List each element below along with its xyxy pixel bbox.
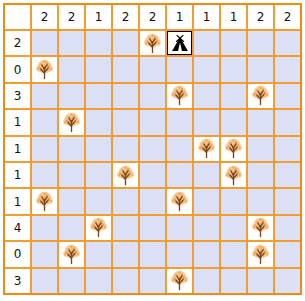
col-clue-5: 2 [140,5,165,29]
cell-r3c2[interactable] [59,84,84,108]
cell-r5c9[interactable] [248,137,273,161]
cell-r3c7[interactable] [194,84,219,108]
tree-icon [249,84,272,107]
cell-r3c8[interactable] [221,84,246,108]
cell-r5c8-tree[interactable] [221,137,246,161]
cell-r7c4[interactable] [113,189,138,213]
tent-icon [170,33,190,53]
cell-r10c7[interactable] [194,269,219,293]
cell-r7c6-tree[interactable] [167,189,192,213]
cell-r6c6[interactable] [167,163,192,187]
cell-r1c7[interactable] [194,31,219,55]
cell-r1c4[interactable] [113,31,138,55]
cell-r6c7[interactable] [194,163,219,187]
cell-r9c1[interactable] [32,242,57,266]
row-clue-5: 1 [5,137,30,161]
cell-r3c1[interactable] [32,84,57,108]
cell-r9c9-tree[interactable] [248,242,273,266]
corner-cell [5,5,30,29]
cell-r5c7-tree[interactable] [194,137,219,161]
cell-r5c5[interactable] [140,137,165,161]
cell-r10c10[interactable] [275,269,300,293]
tree-icon [114,164,137,187]
cell-r3c3[interactable] [86,84,111,108]
cell-r1c3[interactable] [86,31,111,55]
row-clue-10: 3 [5,269,30,293]
cell-r7c7[interactable] [194,189,219,213]
cell-r7c3[interactable] [86,189,111,213]
cell-r8c6[interactable] [167,216,192,240]
col-clue-4: 2 [113,5,138,29]
cell-r6c1[interactable] [32,163,57,187]
cell-r10c1[interactable] [32,269,57,293]
cell-r8c3-tree[interactable] [86,216,111,240]
cell-r5c6[interactable] [167,137,192,161]
cell-r9c10[interactable] [275,242,300,266]
cell-r9c8[interactable] [221,242,246,266]
cell-r6c3[interactable] [86,163,111,187]
row-clue-2: 0 [5,57,30,81]
cell-r4c10[interactable] [275,110,300,134]
cell-r5c10[interactable] [275,137,300,161]
cell-r3c9-tree[interactable] [248,84,273,108]
cell-r10c4[interactable] [113,269,138,293]
tree-icon [249,243,272,266]
tree-icon [168,190,191,213]
cell-r8c1[interactable] [32,216,57,240]
col-clue-2: 2 [59,5,84,29]
col-clue-10: 2 [275,5,300,29]
cell-r9c3[interactable] [86,242,111,266]
col-clue-1: 2 [32,5,57,29]
cell-r1c2[interactable] [59,31,84,55]
col-clue-8: 1 [221,5,246,29]
cell-r6c10[interactable] [275,163,300,187]
row-clue-3: 3 [5,84,30,108]
cell-r7c2[interactable] [59,189,84,213]
puzzle-grid: 22122111222 0 [3,3,302,295]
cell-r8c2[interactable] [59,216,84,240]
row-clue-7: 1 [5,189,30,213]
cell-r10c5[interactable] [140,269,165,293]
cell-r4c7[interactable] [194,110,219,134]
row-clue-4: 1 [5,110,30,134]
row-clue-6: 1 [5,163,30,187]
tree-icon [222,137,245,160]
cell-r8c7[interactable] [194,216,219,240]
cell-r2c6[interactable] [167,57,192,81]
cell-r4c3[interactable] [86,110,111,134]
row-clue-9: 0 [5,242,30,266]
cell-r9c5[interactable] [140,242,165,266]
cell-r9c7[interactable] [194,242,219,266]
cell-r1c1[interactable] [32,31,57,55]
cell-r2c5[interactable] [140,57,165,81]
cell-r2c1-tree[interactable] [32,57,57,81]
cell-r10c6-tree[interactable] [167,269,192,293]
cell-r3c6-tree[interactable] [167,84,192,108]
cell-r4c1[interactable] [32,110,57,134]
cell-r6c8-tree[interactable] [221,163,246,187]
col-clue-7: 1 [194,5,219,29]
cell-r1c6-tent[interactable] [167,31,192,55]
cell-r5c3[interactable] [86,137,111,161]
cell-r5c2[interactable] [59,137,84,161]
tree-icon [33,58,56,81]
cell-r7c10[interactable] [275,189,300,213]
cell-r10c3[interactable] [86,269,111,293]
col-clue-6: 1 [167,5,192,29]
row-clue-8: 4 [5,216,30,240]
cell-r7c1-tree[interactable] [32,189,57,213]
tree-icon [249,216,272,239]
cell-r4c4[interactable] [113,110,138,134]
cell-r4c2-tree[interactable] [59,110,84,134]
cell-r9c6[interactable] [167,242,192,266]
cell-r5c1[interactable] [32,137,57,161]
cell-r9c2-tree[interactable] [59,242,84,266]
cell-r8c8[interactable] [221,216,246,240]
cell-r8c4[interactable] [113,216,138,240]
col-clue-3: 1 [86,5,111,29]
cell-r10c9[interactable] [248,269,273,293]
tree-icon [33,190,56,213]
cell-r2c8[interactable] [221,57,246,81]
cell-r1c8[interactable] [221,31,246,55]
tree-icon [60,111,83,134]
cell-r3c5[interactable] [140,84,165,108]
cell-r10c2[interactable] [59,269,84,293]
cell-r7c5[interactable] [140,189,165,213]
tree-icon [60,243,83,266]
cell-r8c9-tree[interactable] [248,216,273,240]
cell-r6c5[interactable] [140,163,165,187]
tree-icon [87,216,110,239]
tree-icon [168,84,191,107]
cell-r2c4[interactable] [113,57,138,81]
cell-r9c4[interactable] [113,242,138,266]
tree-icon [222,164,245,187]
row-clue-1: 2 [5,31,30,55]
cell-r6c9[interactable] [248,163,273,187]
cell-r1c10[interactable] [275,31,300,55]
cell-r2c3[interactable] [86,57,111,81]
cell-r2c9[interactable] [248,57,273,81]
cell-r10c8[interactable] [221,269,246,293]
cell-r4c8[interactable] [221,110,246,134]
cell-r6c2[interactable] [59,163,84,187]
cell-r1c9[interactable] [248,31,273,55]
cell-r7c9[interactable] [248,189,273,213]
cell-r8c10[interactable] [275,216,300,240]
cell-r4c5[interactable] [140,110,165,134]
cell-r1c5-tree[interactable] [140,31,165,55]
tree-icon [168,269,191,292]
cell-r7c8[interactable] [221,189,246,213]
cell-r2c7[interactable] [194,57,219,81]
cell-r3c10[interactable] [275,84,300,108]
cell-r2c10[interactable] [275,57,300,81]
cell-r3c4[interactable] [113,84,138,108]
cell-r4c9[interactable] [248,110,273,134]
cell-r5c4[interactable] [113,137,138,161]
cell-r6c4-tree[interactable] [113,163,138,187]
col-clue-9: 2 [248,5,273,29]
cell-r8c5[interactable] [140,216,165,240]
tree-icon [141,32,164,55]
tree-icon [195,137,218,160]
cell-r4c6[interactable] [167,110,192,134]
cell-r2c2[interactable] [59,57,84,81]
